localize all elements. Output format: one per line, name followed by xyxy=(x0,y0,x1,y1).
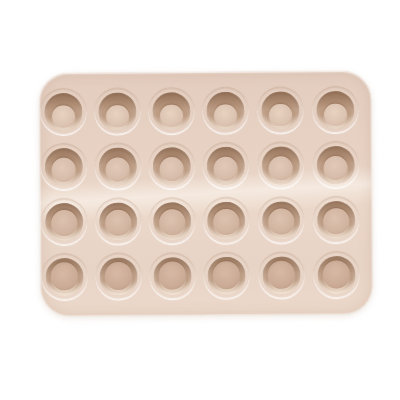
muffin-cup-r1c4 xyxy=(202,88,248,134)
muffin-cup-r2c2 xyxy=(95,143,141,189)
cup-cavity xyxy=(262,201,300,239)
muffin-cup-r4c4 xyxy=(203,253,249,299)
cup-floor xyxy=(159,209,185,235)
cup-floor xyxy=(323,261,351,289)
muffin-cup-r1c3 xyxy=(148,88,194,134)
cup-cavity xyxy=(317,256,355,294)
muffin-cup-r2c4 xyxy=(203,143,249,189)
cup-cavity xyxy=(99,202,137,240)
product-photo xyxy=(0,0,400,400)
muffin-cup-r4c1 xyxy=(41,254,87,300)
cup-floor xyxy=(268,208,294,234)
muffin-cup-r2c5 xyxy=(258,142,304,188)
cup-cavity xyxy=(45,148,83,186)
muffin-cup-r3c2 xyxy=(95,198,141,244)
cup-cavity xyxy=(153,202,191,240)
cup-floor xyxy=(52,105,75,128)
cup-floor xyxy=(51,210,77,236)
cup-cavity xyxy=(207,257,245,295)
cup-cavity xyxy=(99,147,137,185)
cup-floor xyxy=(324,103,347,126)
muffin-cup-r3c4 xyxy=(203,198,249,244)
cup-cavity xyxy=(207,202,245,240)
muffin-cup-r4c6 xyxy=(313,252,359,298)
cup-cavity xyxy=(261,91,299,129)
muffin-cup-r2c6 xyxy=(313,142,359,188)
cup-floor xyxy=(214,104,237,127)
muffin-cup-r1c1 xyxy=(40,89,86,135)
cup-cavity xyxy=(44,93,82,131)
cup-cavity xyxy=(317,201,355,239)
cup-floor xyxy=(106,157,130,181)
cup-floor xyxy=(160,157,184,181)
cup-floor xyxy=(213,261,241,289)
muffin-cup-r1c5 xyxy=(257,87,303,133)
muffin-cup-r3c3 xyxy=(149,198,195,244)
cup-cavity xyxy=(317,146,355,184)
cup-cavity xyxy=(99,257,137,295)
cup-floor xyxy=(106,105,129,128)
cup-cavity xyxy=(207,147,245,185)
cup-floor xyxy=(213,209,239,235)
cup-floor xyxy=(268,261,296,289)
cup-cavity xyxy=(153,147,191,185)
cup-floor xyxy=(51,262,79,290)
cup-cavity xyxy=(45,258,83,296)
muffin-cup-r1c2 xyxy=(94,88,140,134)
cup-floor xyxy=(214,156,238,180)
cup-cavity xyxy=(152,92,190,130)
cup-cavity xyxy=(316,91,354,129)
muffin-cup-r4c2 xyxy=(95,253,141,299)
muffin-cup-r3c1 xyxy=(41,199,87,245)
cup-floor xyxy=(159,262,187,290)
cup-floor xyxy=(323,208,349,234)
cup-floor xyxy=(105,262,133,290)
cup-floor xyxy=(269,104,292,127)
muffin-cup-r2c3 xyxy=(149,143,195,189)
cup-floor xyxy=(324,156,348,180)
muffin-cup-r4c3 xyxy=(149,253,195,299)
muffin-pan xyxy=(39,71,373,316)
cup-cavity xyxy=(206,92,244,130)
cup-cavity xyxy=(98,92,136,130)
cup-grid xyxy=(39,71,373,316)
cup-cavity xyxy=(262,146,300,184)
muffin-cup-r2c1 xyxy=(41,144,87,190)
cup-cavity xyxy=(262,256,300,294)
cup-cavity xyxy=(45,203,83,241)
cup-floor xyxy=(105,209,131,235)
muffin-cup-r3c5 xyxy=(258,197,304,243)
cup-cavity xyxy=(153,257,191,295)
muffin-cup-r4c5 xyxy=(258,252,304,298)
cup-floor xyxy=(269,156,293,180)
cup-floor xyxy=(160,104,183,127)
cup-floor xyxy=(52,157,76,181)
muffin-cup-r1c6 xyxy=(312,87,358,133)
muffin-cup-r3c6 xyxy=(313,197,359,243)
